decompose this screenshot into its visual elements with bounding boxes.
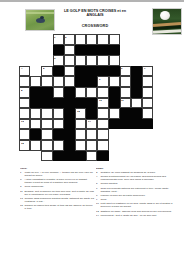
void-cell [41,34,52,45]
down-clues-title: Down: [96,166,174,169]
white-cell[interactable] [53,119,64,130]
black-cell [53,66,64,77]
white-cell[interactable] [97,34,108,45]
clue-number: 1 [54,35,55,38]
void-cell [131,45,142,56]
white-cell[interactable] [142,108,153,119]
void-cell [131,34,142,45]
down-clue-14: 14Mouvement : tout le geste du golf - en… [96,213,174,216]
across-clues-title: Horiz: [20,166,94,169]
white-cell[interactable] [19,108,30,119]
black-cell [109,119,120,130]
void-cell [142,140,153,151]
black-cell [30,87,41,98]
white-cell[interactable] [142,87,153,98]
white-cell[interactable] [86,129,97,140]
void-cell [109,129,120,140]
black-cell [53,151,64,162]
void-cell [30,151,41,162]
clue-number: 2 [65,35,66,38]
across-clue-11: 11Désigne, soit la manière de tenir son … [20,189,94,195]
white-cell[interactable] [53,140,64,151]
void-cell [131,129,142,140]
black-cell [120,119,131,130]
black-cell [64,140,75,151]
black-cell [64,129,75,140]
black-cell [41,98,52,109]
white-cell[interactable] [41,108,52,119]
white-cell[interactable]: 8 [19,87,30,98]
white-cell[interactable] [131,98,142,109]
black-cell [64,98,75,109]
black-cell [53,129,64,140]
white-cell[interactable] [19,129,30,140]
clue-number: 15 [21,141,24,144]
down-clue-6: 6Tous les éléments naturels qui entouren… [96,186,174,192]
clue-number: 9 [99,77,100,80]
void-cell [19,34,30,45]
white-cell[interactable] [41,151,52,162]
white-cell[interactable]: 10 [97,98,108,109]
clue-text: Comme dans beaucoup d'autres sports, bât… [25,196,95,202]
void-cell [142,129,153,140]
clue-number: 12 [77,109,80,112]
across-clues-column: Horiz: 1(piste de jeu) « la voie normale… [20,166,94,255]
black-cell [64,108,75,119]
black-cell [97,151,108,162]
clue-text: Tous les éléments naturels qui entourent… [101,186,175,192]
void-cell [120,140,131,151]
white-cell[interactable] [86,87,97,98]
black-cell [41,87,52,98]
down-clues-list: 2Tentative de coup passant au dessous de… [96,170,174,216]
white-cell[interactable]: 3 [53,55,64,66]
void-cell [30,34,41,45]
white-cell[interactable]: 14 [86,119,97,130]
white-cell[interactable] [120,76,131,87]
white-cell[interactable]: 4 [19,66,30,77]
white-cell[interactable]: 11 [120,98,131,109]
white-cell[interactable] [64,76,75,87]
white-cell[interactable] [75,55,86,66]
white-cell[interactable] [75,129,86,140]
white-cell[interactable] [30,119,41,130]
black-cell [64,119,75,130]
clue-number: 3 [54,56,55,59]
black-cell [97,66,108,77]
white-cell[interactable] [19,76,30,87]
clue-number: 10 [99,98,102,101]
void-cell [19,45,30,56]
white-cell[interactable] [19,98,30,109]
white-cell[interactable] [75,34,86,45]
void-cell [41,55,52,66]
down-clue-9: 9Coup. [96,197,174,200]
white-cell[interactable]: 5 [41,66,52,77]
down-clue-10: 10Petit objet en plastique ou en bois, p… [96,202,174,208]
clue-text: Terrain d'entraînement où l'on frappe de… [101,174,175,180]
white-cell[interactable] [53,76,64,87]
down-clue-4: 4Terrain d'entraînement où l'on frappe d… [96,174,174,180]
void-cell [41,45,52,56]
golf-green-photo [25,9,55,31]
clue-number: 7 [144,66,145,69]
white-cell[interactable] [120,87,131,98]
black-cell [131,66,142,77]
black-cell [75,76,86,87]
white-cell[interactable] [41,129,52,140]
black-cell [86,108,97,119]
white-cell[interactable] [142,98,153,109]
black-cell [30,98,41,109]
white-cell[interactable] [53,108,64,119]
photo-light-band [153,29,181,33]
golf-ball [160,11,170,20]
black-cell [97,45,108,56]
white-cell[interactable]: 7 [142,66,153,77]
black-cell [75,45,86,56]
black-cell [75,66,86,77]
white-cell[interactable] [97,140,108,151]
void-cell [120,34,131,45]
page-title-line2: ANGLAIS [58,13,132,17]
page-subtitle: CROSSWORD [58,23,132,27]
down-clue-2: 2Tentative de coup passant au dessous de… [96,170,174,173]
clue-text: (piste de jeu) « la voie normale », tond… [25,170,95,176]
black-cell [86,66,97,77]
clue-text: Action consistant à remettre la balle en… [25,177,95,183]
white-cell[interactable]: 15 [19,140,30,151]
across-clue-3: 3Action consistant à remettre la balle e… [20,177,94,183]
white-cell[interactable] [142,76,153,87]
black-cell [131,76,142,87]
black-cell [75,151,86,162]
clue-text: Coups imputés. [101,182,175,185]
black-cell [131,119,142,130]
white-cell[interactable] [86,151,97,162]
white-cell[interactable] [86,55,97,66]
clue-text: Coup d'approche. [25,185,95,188]
black-cell [120,108,131,119]
across-clues-list: 1(piste de jeu) « la voie normale », ton… [20,170,94,209]
white-cell[interactable] [30,140,41,151]
white-cell[interactable] [75,87,86,98]
down-clues-column: Down: 2Tentative de coup passant au dess… [96,166,174,260]
black-cell [64,151,75,162]
white-cell[interactable] [53,87,64,98]
white-cell[interactable] [109,55,120,66]
white-cell[interactable]: 13 [19,119,30,130]
clue-text: Surface de gazon très dense et très ras … [25,203,95,209]
down-clue-7: 7Frapper la balle sur sa partie supérieu… [96,193,174,196]
void-cell [131,55,142,66]
clue-text: Coup. [101,197,175,200]
void-cell [142,45,153,56]
white-cell[interactable] [41,119,52,130]
white-cell[interactable] [64,66,75,77]
void-cell [120,151,131,162]
clue-number: 5 [43,66,44,69]
white-cell[interactable] [97,55,108,66]
void-cell [131,140,142,151]
white-cell[interactable] [30,108,41,119]
void-cell [30,55,41,66]
void-cell [120,45,131,56]
header-title-block: LE GOLF EN MOTS CROISES et en ANGLAIS CR… [58,9,132,33]
white-cell[interactable] [64,55,75,66]
black-cell [86,45,97,56]
black-cell [53,98,64,109]
white-cell[interactable]: 9 [97,76,108,87]
void-cell [30,45,41,56]
white-cell[interactable] [64,45,75,56]
clue-number: 8 [21,88,22,91]
white-cell[interactable] [109,34,120,45]
void-cell [142,55,153,66]
down-clue-12: 12Obstacle de sable, disposé près des gr… [96,209,174,212]
black-cell [75,98,86,109]
void-cell [142,151,153,162]
down-clue-5: 5Coups imputés. [96,182,174,185]
white-cell[interactable] [97,119,108,130]
black-cell [109,45,120,56]
across-clue-13: 13Comme dans beaucoup d'autres sports, b… [20,196,94,202]
white-cell[interactable] [97,108,108,119]
white-cell[interactable] [75,119,86,130]
golf-ball-photo [152,8,182,35]
black-cell [131,87,142,98]
black-cell [142,119,153,130]
void-cell [142,34,153,45]
black-cell [131,108,142,119]
white-cell[interactable] [75,140,86,151]
clue-text: Tentative de coup passant au dessous de … [101,170,175,173]
clue-text: Mouvement : tout le geste du golf - en u… [101,213,175,216]
black-cell [86,98,97,109]
clue-text: Frapper la balle sur sa partie supérieur… [101,193,175,196]
clue-text: Désigne, soit la manière de tenir son cl… [25,189,95,195]
void-cell [109,151,120,162]
white-cell[interactable]: 2 [64,34,75,45]
across-clue-8: 8Coup d'approche. [20,185,94,188]
across-clue-1: 1(piste de jeu) « la voie normale », ton… [20,170,94,176]
crossword-document-page: LE GOLF EN MOTS CROISES et en ANGLAIS CR… [0,0,184,260]
white-cell[interactable] [41,76,52,87]
void-cell [30,66,41,77]
clue-number: 6 [121,66,122,69]
photo-grass-highlight [26,12,54,14]
clue-text: Obstacle de sable, disposé près des gree… [101,209,175,212]
void-cell [120,55,131,66]
white-cell[interactable] [41,140,52,151]
void-cell [109,140,120,151]
white-cell[interactable]: 6 [120,66,131,77]
void-cell [120,129,131,140]
white-cell[interactable] [30,76,41,87]
void-cell [19,151,30,162]
clue-number: 4 [21,66,22,69]
white-cell[interactable] [97,87,108,98]
black-cell [86,76,97,87]
white-cell[interactable] [109,108,120,119]
black-cell [109,66,120,77]
void-cell [19,55,30,66]
across-clue-15: 15Surface de gazon très dense et très ra… [20,203,94,209]
clue-number: 14 [88,119,91,122]
golfer-silhouette-dark [40,16,44,19]
white-cell[interactable] [109,76,120,87]
black-cell [109,87,120,98]
white-cell[interactable] [86,34,97,45]
black-cell [109,98,120,109]
crossword-grid: 123456798101112131415 [19,34,153,161]
white-cell[interactable]: 1 [53,34,64,45]
void-cell [131,151,142,162]
clue-text: Petit objet en plastique ou en bois, pla… [101,202,175,208]
black-cell [30,129,41,140]
white-cell[interactable] [86,140,97,151]
white-cell[interactable]: 12 [75,108,86,119]
clue-number: 13 [21,119,24,122]
clue-number: 11 [121,98,124,101]
black-cell [64,87,75,98]
white-cell[interactable] [97,129,108,140]
page-edge-strip [0,0,184,2]
black-cell [53,45,64,56]
